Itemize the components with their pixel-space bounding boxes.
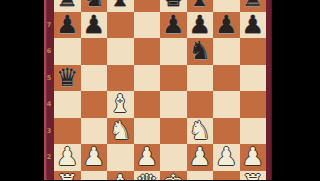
piece-white-rook-a1[interactable]: ♜ [56, 171, 78, 181]
rank-label-8: 8 [44, 0, 54, 2]
piece-black-knight-f6[interactable]: ♞ [189, 38, 211, 65]
square-h3[interactable] [240, 118, 267, 145]
square-a5[interactable]: ♛ [54, 65, 81, 92]
rank-labels: 87654321 [44, 0, 54, 180]
piece-white-bishop-c1[interactable]: ♝ [109, 171, 131, 181]
square-h7[interactable]: ♟ [240, 12, 267, 39]
square-g6[interactable] [213, 38, 240, 65]
square-a3[interactable] [54, 118, 81, 145]
square-e4[interactable] [160, 91, 187, 118]
board-frame: 87654321 ♜♞♝♚♝♜♟♟♟♟♟♟♞♛♝♞♞♟♟♟♟♟♟♜♝♛♚♜ [44, 0, 272, 180]
piece-white-pawn-f2[interactable]: ♟ [189, 144, 211, 171]
piece-white-pawn-h2[interactable]: ♟ [242, 144, 264, 171]
square-a7[interactable]: ♟ [54, 12, 81, 39]
letterbox-bar-right [272, 0, 320, 180]
square-d1[interactable]: ♛ [134, 171, 161, 181]
square-b6[interactable] [81, 38, 108, 65]
square-e6[interactable] [160, 38, 187, 65]
piece-white-knight-c3[interactable]: ♞ [109, 118, 131, 145]
square-a4[interactable] [54, 91, 81, 118]
square-c7[interactable] [107, 12, 134, 39]
square-c6[interactable] [107, 38, 134, 65]
piece-white-knight-f3[interactable]: ♞ [189, 118, 211, 145]
square-f5[interactable] [187, 65, 214, 92]
square-h4[interactable] [240, 91, 267, 118]
square-f1[interactable] [187, 171, 214, 181]
piece-black-pawn-h7[interactable]: ♟ [242, 12, 264, 39]
square-c3[interactable]: ♞ [107, 118, 134, 145]
square-f6[interactable]: ♞ [187, 38, 214, 65]
piece-black-pawn-g7[interactable]: ♟ [215, 12, 237, 39]
rank-label-3: 3 [44, 127, 54, 134]
square-c2[interactable] [107, 144, 134, 171]
square-e3[interactable] [160, 118, 187, 145]
square-d2[interactable]: ♟ [134, 144, 161, 171]
rank-label-6: 6 [44, 48, 54, 55]
piece-black-bishop-c8[interactable]: ♝ [109, 0, 131, 12]
square-d3[interactable] [134, 118, 161, 145]
piece-white-pawn-d2[interactable]: ♟ [136, 144, 158, 171]
square-b7[interactable]: ♟ [81, 12, 108, 39]
square-e1[interactable]: ♚ [160, 171, 187, 181]
square-d6[interactable] [134, 38, 161, 65]
rank-label-5: 5 [44, 74, 54, 81]
square-c5[interactable] [107, 65, 134, 92]
piece-black-pawn-b7[interactable]: ♟ [83, 12, 105, 39]
square-g1[interactable] [213, 171, 240, 181]
piece-white-bishop-c4[interactable]: ♝ [109, 91, 131, 118]
square-b2[interactable]: ♟ [81, 144, 108, 171]
square-e7[interactable]: ♟ [160, 12, 187, 39]
square-c4[interactable]: ♝ [107, 91, 134, 118]
square-h6[interactable] [240, 38, 267, 65]
rank-label-7: 7 [44, 21, 54, 28]
piece-white-pawn-a2[interactable]: ♟ [56, 144, 78, 171]
square-g5[interactable] [213, 65, 240, 92]
square-f4[interactable] [187, 91, 214, 118]
square-f3[interactable]: ♞ [187, 118, 214, 145]
square-g2[interactable]: ♟ [213, 144, 240, 171]
square-f2[interactable]: ♟ [187, 144, 214, 171]
piece-white-pawn-g2[interactable]: ♟ [215, 144, 237, 171]
square-b5[interactable] [81, 65, 108, 92]
square-b3[interactable] [81, 118, 108, 145]
piece-black-pawn-e7[interactable]: ♟ [162, 12, 184, 39]
square-d8[interactable] [134, 0, 161, 12]
board-clip: ♜♞♝♚♝♜♟♟♟♟♟♟♞♛♝♞♞♟♟♟♟♟♟♜♝♛♚♜ [54, 0, 266, 180]
square-a1[interactable]: ♜ [54, 171, 81, 181]
rank-label-4: 4 [44, 101, 54, 108]
square-g3[interactable] [213, 118, 240, 145]
square-g4[interactable] [213, 91, 240, 118]
piece-black-pawn-f7[interactable]: ♟ [189, 12, 211, 39]
piece-white-rook-h1[interactable]: ♜ [242, 171, 264, 181]
piece-white-pawn-b2[interactable]: ♟ [83, 144, 105, 171]
square-g7[interactable]: ♟ [213, 12, 240, 39]
piece-black-queen-a5[interactable]: ♛ [56, 65, 78, 92]
square-e5[interactable] [160, 65, 187, 92]
square-d5[interactable] [134, 65, 161, 92]
square-d7[interactable] [134, 12, 161, 39]
square-f7[interactable]: ♟ [187, 12, 214, 39]
square-h1[interactable]: ♜ [240, 171, 267, 181]
square-b4[interactable] [81, 91, 108, 118]
letterbox-bar-left [0, 0, 44, 180]
square-b1[interactable] [81, 171, 108, 181]
square-c8[interactable]: ♝ [107, 0, 134, 12]
square-d4[interactable] [134, 91, 161, 118]
square-h2[interactable]: ♟ [240, 144, 267, 171]
square-h5[interactable] [240, 65, 267, 92]
square-a6[interactable] [54, 38, 81, 65]
chess-board: ♜♞♝♚♝♜♟♟♟♟♟♟♞♛♝♞♞♟♟♟♟♟♟♜♝♛♚♜ [54, 0, 266, 180]
square-c1[interactable]: ♝ [107, 171, 134, 181]
piece-white-king-e1[interactable]: ♚ [162, 171, 184, 181]
square-a2[interactable]: ♟ [54, 144, 81, 171]
piece-white-queen-d1[interactable]: ♛ [136, 171, 158, 181]
rank-label-2: 2 [44, 154, 54, 161]
square-e2[interactable] [160, 144, 187, 171]
piece-black-pawn-a7[interactable]: ♟ [56, 12, 78, 39]
